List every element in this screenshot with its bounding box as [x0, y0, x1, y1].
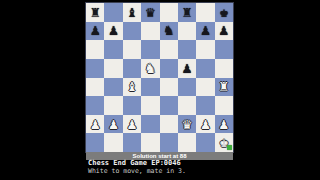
square-f4[interactable]: [178, 78, 196, 97]
square-c2[interactable]: ♟: [123, 115, 141, 134]
black-pawn: ♟: [183, 61, 192, 76]
square-e1[interactable]: [160, 133, 178, 152]
square-c1[interactable]: [123, 133, 141, 152]
white-knight: ♞: [146, 61, 155, 76]
square-d2[interactable]: [141, 115, 159, 134]
square-c5[interactable]: [123, 59, 141, 78]
square-h2[interactable]: ♟: [215, 115, 233, 134]
square-e7[interactable]: ♞: [160, 22, 178, 41]
square-h5[interactable]: [215, 59, 233, 78]
square-b1[interactable]: [104, 133, 122, 152]
square-b2[interactable]: ♟: [104, 115, 122, 134]
black-pawn: ♟: [109, 23, 118, 38]
square-h8[interactable]: ♚: [215, 3, 233, 22]
square-h4[interactable]: ♜: [215, 78, 233, 97]
white-pawn: ♟: [91, 117, 100, 132]
video-frame: ♜♝♛♜♚♟♟♞♟♟♞♟♝♜♟♟♟♛♟♟♚ Solution start at …: [0, 0, 320, 180]
white-rook: ♜: [219, 79, 228, 94]
square-b3[interactable]: [104, 96, 122, 115]
square-a8[interactable]: ♜: [86, 3, 104, 22]
square-d3[interactable]: [141, 96, 159, 115]
square-c3[interactable]: [123, 96, 141, 115]
black-queen: ♛: [146, 5, 155, 20]
square-a3[interactable]: [86, 96, 104, 115]
square-f7[interactable]: [178, 22, 196, 41]
black-rook: ♜: [183, 5, 192, 20]
white-pawn: ♟: [219, 117, 228, 132]
cursor-marker: [227, 145, 232, 150]
black-rook: ♜: [91, 5, 100, 20]
square-e4[interactable]: [160, 78, 178, 97]
square-g7[interactable]: ♟: [196, 22, 214, 41]
white-bishop: ♝: [127, 79, 136, 94]
square-a7[interactable]: ♟: [86, 22, 104, 41]
black-bishop: ♝: [127, 5, 136, 20]
square-d6[interactable]: [141, 40, 159, 59]
square-d1[interactable]: [141, 133, 159, 152]
square-c6[interactable]: [123, 40, 141, 59]
black-king: ♚: [219, 5, 228, 20]
square-g2[interactable]: ♟: [196, 115, 214, 134]
square-e2[interactable]: [160, 115, 178, 134]
chess-board: ♜♝♛♜♚♟♟♞♟♟♞♟♝♜♟♟♟♛♟♟♚: [86, 3, 233, 152]
square-f1[interactable]: [178, 133, 196, 152]
square-h6[interactable]: [215, 40, 233, 59]
square-g3[interactable]: [196, 96, 214, 115]
square-g1[interactable]: [196, 133, 214, 152]
square-f3[interactable]: [178, 96, 196, 115]
square-e3[interactable]: [160, 96, 178, 115]
square-g4[interactable]: [196, 78, 214, 97]
square-c7[interactable]: [123, 22, 141, 41]
white-queen: ♛: [183, 117, 192, 132]
square-f6[interactable]: [178, 40, 196, 59]
square-h3[interactable]: [215, 96, 233, 115]
white-pawn: ♟: [201, 117, 210, 132]
square-d5[interactable]: ♞: [141, 59, 159, 78]
square-b7[interactable]: ♟: [104, 22, 122, 41]
square-h1[interactable]: ♚: [215, 133, 233, 152]
square-c8[interactable]: ♝: [123, 3, 141, 22]
square-e8[interactable]: [160, 3, 178, 22]
square-d8[interactable]: ♛: [141, 3, 159, 22]
square-b5[interactable]: [104, 59, 122, 78]
square-f8[interactable]: ♜: [178, 3, 196, 22]
square-a2[interactable]: ♟: [86, 115, 104, 134]
square-a6[interactable]: [86, 40, 104, 59]
black-pawn: ♟: [219, 23, 228, 38]
black-knight: ♞: [164, 23, 173, 38]
black-pawn: ♟: [201, 23, 210, 38]
square-a4[interactable]: [86, 78, 104, 97]
black-pawn: ♟: [91, 23, 100, 38]
square-c4[interactable]: ♝: [123, 78, 141, 97]
square-d7[interactable]: [141, 22, 159, 41]
square-g6[interactable]: [196, 40, 214, 59]
square-f5[interactable]: ♟: [178, 59, 196, 78]
white-pawn: ♟: [109, 117, 118, 132]
square-e5[interactable]: [160, 59, 178, 78]
square-e6[interactable]: [160, 40, 178, 59]
white-pawn: ♟: [127, 117, 136, 132]
square-f2[interactable]: ♛: [178, 115, 196, 134]
square-b8[interactable]: [104, 3, 122, 22]
square-b6[interactable]: [104, 40, 122, 59]
square-d4[interactable]: [141, 78, 159, 97]
square-g5[interactable]: [196, 59, 214, 78]
square-g8[interactable]: [196, 3, 214, 22]
episode-title: Chess End Game EP:0046: [88, 159, 181, 167]
square-b4[interactable]: [104, 78, 122, 97]
square-a1[interactable]: [86, 133, 104, 152]
puzzle-instruction: White to move, mate in 3.: [88, 167, 186, 175]
square-a5[interactable]: [86, 59, 104, 78]
square-h7[interactable]: ♟: [215, 22, 233, 41]
